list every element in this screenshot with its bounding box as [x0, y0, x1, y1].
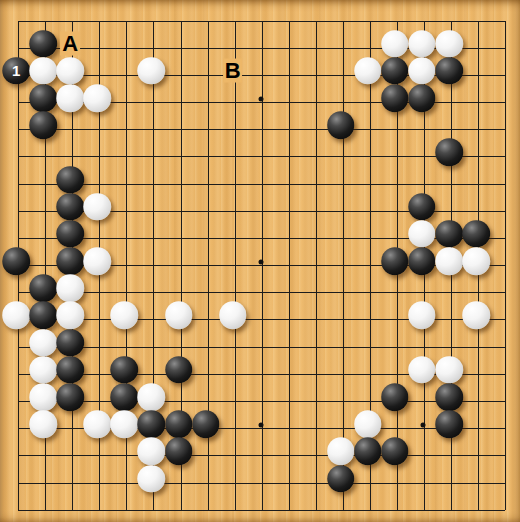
- annotations-layer: AB1: [0, 0, 520, 522]
- move-number-1: 1: [12, 63, 20, 78]
- label-B: B: [223, 58, 243, 82]
- label-A: A: [60, 31, 80, 55]
- go-board[interactable]: AB1: [0, 0, 520, 522]
